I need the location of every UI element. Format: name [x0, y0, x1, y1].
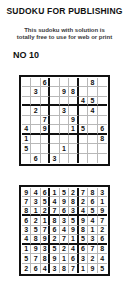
puzzle-cell-r6c4 — [50, 125, 59, 134]
solution-cell-r6c7: 5 — [79, 235, 88, 244]
solution-cell-r6c2: 8 — [31, 235, 40, 244]
puzzle-cell-r4c8: 4 — [88, 106, 97, 115]
solution-cell-r7c1: 1 — [22, 245, 31, 254]
solution-cell-r1c5: 5 — [60, 188, 69, 197]
subtitle-line-2: totally free to use for web or print — [0, 34, 129, 41]
solution-cell-r9c9: 5 — [98, 264, 107, 273]
puzzle-cell-r5c5 — [60, 116, 69, 125]
puzzle-cell-r2c6: 8 — [69, 87, 78, 96]
solution-cell-r7c5: 2 — [60, 245, 69, 254]
puzzle-cell-r3c1 — [22, 97, 31, 106]
puzzle-cell-r5c9 — [98, 116, 107, 125]
puzzle-cell-r6c1: 4 — [22, 125, 31, 134]
solution-cell-r3c3: 2 — [41, 207, 50, 216]
puzzle-cell-r2c9 — [98, 87, 107, 96]
solution-cell-r8c2: 7 — [31, 254, 40, 263]
solution-cell-r6c1: 4 — [22, 235, 31, 244]
puzzle-cell-r8c7 — [79, 144, 88, 153]
puzzle-cell-r9c7 — [79, 154, 88, 163]
solution-cell-r2c2: 3 — [31, 197, 40, 206]
puzzle-cell-r6c6: 1 — [69, 125, 78, 134]
puzzle-cell-r3c9 — [98, 97, 107, 106]
puzzle-cell-r9c2: 6 — [31, 154, 40, 163]
solution-cell-r9c1: 2 — [22, 264, 31, 273]
puzzle-cell-r9c3 — [41, 154, 50, 163]
solution-cell-r6c9: 6 — [98, 235, 107, 244]
solution-cell-r9c3: 4 — [41, 264, 50, 273]
puzzle-cell-r8c3 — [41, 144, 50, 153]
solution-cell-r1c2: 4 — [31, 188, 40, 197]
puzzle-cell-r6c2 — [31, 125, 40, 134]
puzzle-cell-r6c3: 9 — [41, 125, 50, 134]
solution-cell-r1c1: 9 — [22, 188, 31, 197]
solution-cell-r5c6: 9 — [69, 226, 78, 235]
solution-cell-r3c7: 4 — [79, 207, 88, 216]
solution-cell-r1c3: 6 — [41, 188, 50, 197]
solution-cell-r9c8: 9 — [88, 264, 97, 273]
puzzle-cell-r1c4 — [50, 78, 59, 87]
puzzle-cell-r4c2: 2 — [31, 106, 40, 115]
puzzle-cell-r5c1 — [22, 116, 31, 125]
solution-cell-r2c7: 2 — [79, 197, 88, 206]
puzzle-cell-r4c4 — [50, 106, 59, 115]
puzzle-cell-r1c1 — [22, 78, 31, 87]
solution-cell-r5c3: 7 — [41, 226, 50, 235]
solution-cell-r7c3: 3 — [41, 245, 50, 254]
solution-cell-r5c5: 4 — [60, 226, 69, 235]
puzzle-cell-r8c8 — [88, 144, 97, 153]
puzzle-cell-r1c9 — [98, 78, 107, 87]
puzzle-cell-r8c1: 5 — [22, 144, 31, 153]
solution-cell-r3c4: 7 — [50, 207, 59, 216]
solution-cell-r7c4: 5 — [50, 245, 59, 254]
solution-cell-r6c6: 1 — [69, 235, 78, 244]
puzzle-cell-r7c2 — [31, 135, 40, 144]
puzzle-cell-r5c6: 9 — [69, 116, 78, 125]
puzzle-cell-r7c1: 1 — [22, 135, 31, 144]
solution-cell-r8c1: 5 — [22, 254, 31, 263]
solution-cell-r5c1: 3 — [22, 226, 31, 235]
puzzle-cell-r6c8 — [88, 125, 97, 134]
puzzle-cell-r8c2 — [31, 144, 40, 153]
puzzle-cell-r8c9 — [98, 144, 107, 153]
solution-cell-r8c6: 6 — [69, 254, 78, 263]
solution-cell-r9c7: 1 — [79, 264, 88, 273]
puzzle-cell-r1c2 — [31, 78, 40, 87]
puzzle-cell-r7c7 — [79, 135, 88, 144]
puzzle-cell-r9c8 — [88, 154, 97, 163]
puzzle-cell-r2c5: 9 — [60, 87, 69, 96]
puzzle-cell-r9c1 — [22, 154, 31, 163]
solution-cell-r9c4: 3 — [50, 264, 59, 273]
puzzle-cell-r9c5 — [60, 154, 69, 163]
solution-cell-r3c5: 6 — [60, 207, 69, 216]
solution-cell-r3c9: 9 — [98, 207, 107, 216]
subtitle-line-1: This sudoku with solution is — [0, 27, 129, 34]
puzzle-cell-r8c6 — [69, 144, 78, 153]
puzzle-cell-r9c9 — [98, 154, 107, 163]
puzzle-cell-r9c6 — [69, 154, 78, 163]
solution-cell-r1c8: 8 — [88, 188, 97, 197]
solution-cell-r4c1: 6 — [22, 216, 31, 225]
puzzle-cell-r3c6 — [69, 97, 78, 106]
solution-cell-r2c9: 1 — [98, 197, 107, 206]
puzzle-cell-r9c4: 3 — [50, 154, 59, 163]
solution-cell-r2c3: 5 — [41, 197, 50, 206]
solution-cell-r7c2: 9 — [31, 245, 40, 254]
puzzle-cell-r2c2: 3 — [31, 87, 40, 96]
solution-cell-r5c7: 8 — [79, 226, 88, 235]
puzzle-cell-r3c5 — [60, 97, 69, 106]
solution-cell-r1c9: 3 — [98, 188, 107, 197]
solution-cell-r1c6: 2 — [69, 188, 78, 197]
solution-cell-r8c7: 3 — [79, 254, 88, 263]
puzzle-cell-r3c4 — [50, 97, 59, 106]
puzzle-number: NO 10 — [13, 50, 39, 60]
solution-board: 9461527837354982618127634596218359473576… — [19, 185, 110, 276]
solution-cell-r6c4: 2 — [50, 235, 59, 244]
puzzle-cell-r1c3: 6 — [41, 78, 50, 87]
solution-cell-r2c8: 6 — [88, 197, 97, 206]
puzzle-cell-r7c3 — [41, 135, 50, 144]
solution-cell-r7c6: 4 — [69, 245, 78, 254]
solution-cell-r8c8: 2 — [88, 254, 97, 263]
puzzle-cell-r5c7 — [79, 116, 88, 125]
solution-cell-r8c5: 1 — [60, 254, 69, 263]
puzzle-cell-r3c2 — [31, 97, 40, 106]
solution-cell-r4c2: 2 — [31, 216, 40, 225]
puzzle-board: 68398452347949156185163 — [19, 75, 110, 166]
solution-cell-r7c7: 6 — [79, 245, 88, 254]
puzzle-cell-r2c8 — [88, 87, 97, 96]
solution-cell-r1c4: 1 — [50, 188, 59, 197]
puzzle-cell-r7c8 — [88, 135, 97, 144]
puzzle-cell-r2c4 — [50, 87, 59, 96]
puzzle-cell-r1c7 — [79, 78, 88, 87]
puzzle-cell-r6c7: 5 — [79, 125, 88, 134]
solution-cell-r4c6: 5 — [69, 216, 78, 225]
solution-cell-r3c8: 5 — [88, 207, 97, 216]
solution-cell-r4c4: 8 — [50, 216, 59, 225]
puzzle-cell-r2c3 — [41, 87, 50, 96]
puzzle-cell-r4c1 — [22, 106, 31, 115]
solution-cell-r7c8: 7 — [88, 245, 97, 254]
solution-cell-r6c3: 9 — [41, 235, 50, 244]
puzzle-cell-r5c8 — [88, 116, 97, 125]
puzzle-cell-r1c5 — [60, 78, 69, 87]
puzzle-cell-r6c9: 6 — [98, 125, 107, 134]
solution-cell-r7c9: 8 — [98, 245, 107, 254]
puzzle-cell-r4c6 — [69, 106, 78, 115]
sudoku-page: SUDOKU FOR PUBLISHING This sudoku with s… — [0, 0, 129, 300]
solution-cell-r4c9: 7 — [98, 216, 107, 225]
solution-cell-r2c5: 9 — [60, 197, 69, 206]
puzzle-cell-r5c2 — [31, 116, 40, 125]
puzzle-cell-r3c8: 5 — [88, 97, 97, 106]
puzzle-cell-r1c6 — [69, 78, 78, 87]
puzzle-cell-r7c5 — [60, 135, 69, 144]
puzzle-cell-r7c9: 8 — [98, 135, 107, 144]
solution-cell-r3c6: 3 — [69, 207, 78, 216]
solution-cell-r3c1: 8 — [22, 207, 31, 216]
puzzle-cell-r3c3 — [41, 97, 50, 106]
puzzle-cell-r4c5: 3 — [60, 106, 69, 115]
solution-cell-r8c4: 9 — [50, 254, 59, 263]
solution-cell-r8c9: 4 — [98, 254, 107, 263]
puzzle-cell-r8c5: 1 — [60, 144, 69, 153]
solution-cell-r4c3: 1 — [41, 216, 50, 225]
subtitle: This sudoku with solution is totally fre… — [0, 27, 129, 41]
solution-cell-r5c8: 1 — [88, 226, 97, 235]
puzzle-cell-r2c7 — [79, 87, 88, 96]
solution-cell-r2c6: 8 — [69, 197, 78, 206]
solution-cell-r4c8: 4 — [88, 216, 97, 225]
puzzle-cell-r5c4 — [50, 116, 59, 125]
puzzle-cell-r8c4 — [50, 144, 59, 153]
solution-cell-r2c1: 7 — [22, 197, 31, 206]
puzzle-cell-r7c4 — [50, 135, 59, 144]
puzzle-cell-r5c3: 7 — [41, 116, 50, 125]
solution-cell-r9c5: 8 — [60, 264, 69, 273]
puzzle-cell-r4c9 — [98, 106, 107, 115]
puzzle-cell-r1c8: 8 — [88, 78, 97, 87]
solution-cell-r8c3: 8 — [41, 254, 50, 263]
solution-cell-r5c4: 6 — [50, 226, 59, 235]
puzzle-cell-r7c6 — [69, 135, 78, 144]
solution-cell-r2c4: 4 — [50, 197, 59, 206]
solution-cell-r5c9: 2 — [98, 226, 107, 235]
solution-cell-r9c2: 6 — [31, 264, 40, 273]
solution-cell-r6c5: 7 — [60, 235, 69, 244]
solution-cell-r9c6: 7 — [69, 264, 78, 273]
puzzle-cell-r6c5 — [60, 125, 69, 134]
solution-cell-r1c7: 7 — [79, 188, 88, 197]
puzzle-cell-r2c1 — [22, 87, 31, 96]
solution-cell-r3c2: 1 — [31, 207, 40, 216]
page-title: SUDOKU FOR PUBLISHING — [0, 6, 129, 16]
puzzle-cell-r4c7 — [79, 106, 88, 115]
puzzle-cell-r3c7: 4 — [79, 97, 88, 106]
solution-cell-r4c7: 9 — [79, 216, 88, 225]
solution-cell-r5c2: 5 — [31, 226, 40, 235]
puzzle-cell-r4c3 — [41, 106, 50, 115]
solution-cell-r6c8: 3 — [88, 235, 97, 244]
solution-cell-r4c5: 3 — [60, 216, 69, 225]
